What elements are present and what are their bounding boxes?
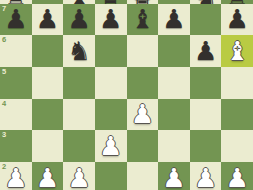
square-d7[interactable]: ♟ [95, 4, 127, 36]
piece-black-pawn[interactable]: ♟ [194, 38, 217, 64]
square-c5[interactable] [63, 67, 95, 99]
square-h5[interactable] [221, 67, 253, 99]
square-c7[interactable]: ♟ [63, 4, 95, 36]
square-f7[interactable]: ♟ [158, 4, 190, 36]
rank-label: 7 [2, 5, 6, 13]
piece-white-pawn[interactable]: ♟ [36, 165, 59, 190]
square-a6[interactable]: 6 [0, 35, 32, 67]
square-g3[interactable] [190, 130, 222, 162]
square-a4[interactable]: 4 [0, 99, 32, 131]
square-e6[interactable] [127, 35, 159, 67]
square-f5[interactable] [158, 67, 190, 99]
square-h3[interactable] [221, 130, 253, 162]
piece-white-pawn[interactable]: ♟ [194, 165, 217, 190]
square-h2[interactable]: ♟ [221, 162, 253, 190]
square-c3[interactable] [63, 130, 95, 162]
rank-label: 3 [2, 131, 6, 139]
chess-board: ♜♝♛♚♞♜7♟♟♟♟♝♟♟6♞♟♝54♟3♟2♟♟♟♟♟♟♜♞♛♚♝♞♜ [0, 0, 253, 190]
square-c2[interactable]: ♟ [63, 162, 95, 190]
square-f2[interactable]: ♟ [158, 162, 190, 190]
piece-white-pawn[interactable]: ♟ [99, 133, 122, 159]
square-b2[interactable]: ♟ [32, 162, 64, 190]
square-a5[interactable]: 5 [0, 67, 32, 99]
piece-black-pawn[interactable]: ♟ [4, 6, 27, 32]
piece-white-pawn[interactable]: ♟ [67, 165, 90, 190]
square-e4[interactable]: ♟ [127, 99, 159, 131]
piece-black-pawn[interactable]: ♟ [226, 6, 249, 32]
square-f6[interactable] [158, 35, 190, 67]
square-a7[interactable]: 7♟ [0, 4, 32, 36]
piece-black-pawn[interactable]: ♟ [67, 6, 90, 32]
square-f3[interactable] [158, 130, 190, 162]
square-g7[interactable] [190, 4, 222, 36]
square-e5[interactable] [127, 67, 159, 99]
piece-black-knight[interactable]: ♞ [67, 38, 90, 64]
rank-label: 4 [2, 100, 6, 108]
square-g6[interactable]: ♟ [190, 35, 222, 67]
square-d5[interactable] [95, 67, 127, 99]
square-b5[interactable] [32, 67, 64, 99]
piece-black-bishop[interactable]: ♝ [131, 6, 154, 32]
piece-black-pawn[interactable]: ♟ [162, 6, 185, 32]
square-h7[interactable]: ♟ [221, 4, 253, 36]
square-h4[interactable] [221, 99, 253, 131]
piece-white-bishop[interactable]: ♝ [226, 38, 249, 64]
square-g5[interactable] [190, 67, 222, 99]
piece-white-pawn[interactable]: ♟ [131, 101, 154, 127]
square-d6[interactable] [95, 35, 127, 67]
board-container: ♜♝♛♚♞♜7♟♟♟♟♝♟♟6♞♟♝54♟3♟2♟♟♟♟♟♟♜♞♛♚♝♞♜ [0, 0, 253, 190]
square-g4[interactable] [190, 99, 222, 131]
rank-label: 5 [2, 68, 6, 76]
square-b6[interactable] [32, 35, 64, 67]
square-b4[interactable] [32, 99, 64, 131]
square-d3[interactable]: ♟ [95, 130, 127, 162]
square-d4[interactable] [95, 99, 127, 131]
square-e7[interactable]: ♝ [127, 4, 159, 36]
piece-white-pawn[interactable]: ♟ [4, 165, 27, 190]
square-b3[interactable] [32, 130, 64, 162]
square-c6[interactable]: ♞ [63, 35, 95, 67]
piece-white-pawn[interactable]: ♟ [226, 165, 249, 190]
square-f4[interactable] [158, 99, 190, 131]
square-h6[interactable]: ♝ [221, 35, 253, 67]
square-d2[interactable] [95, 162, 127, 190]
square-g2[interactable]: ♟ [190, 162, 222, 190]
rank-label: 6 [2, 36, 6, 44]
piece-white-pawn[interactable]: ♟ [162, 165, 185, 190]
piece-black-pawn[interactable]: ♟ [99, 6, 122, 32]
rank-label: 2 [2, 163, 6, 171]
square-e2[interactable] [127, 162, 159, 190]
square-c4[interactable] [63, 99, 95, 131]
square-b7[interactable]: ♟ [32, 4, 64, 36]
square-a2[interactable]: 2♟ [0, 162, 32, 190]
square-e3[interactable] [127, 130, 159, 162]
square-a3[interactable]: 3 [0, 130, 32, 162]
piece-black-pawn[interactable]: ♟ [36, 6, 59, 32]
